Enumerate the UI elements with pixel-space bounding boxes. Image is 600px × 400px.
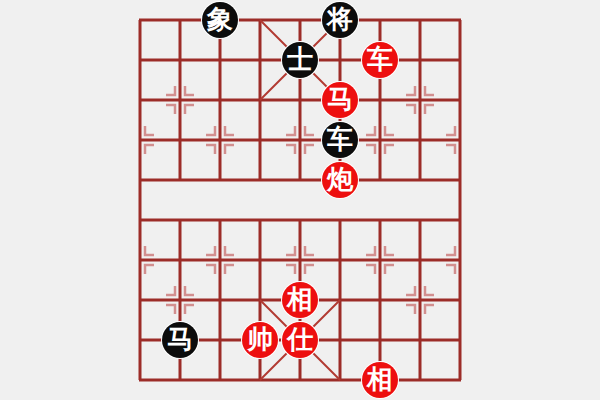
piece-glyph: 仕 (287, 326, 313, 352)
piece-red-elephant[interactable]: 相 (282, 282, 318, 318)
board-pieces: 象将士车马车炮相马帅仕相 (120, 0, 480, 400)
piece-glyph: 相 (287, 286, 313, 312)
piece-glyph: 象 (207, 6, 233, 32)
piece-glyph: 车 (367, 46, 393, 72)
piece-black-general[interactable]: 将 (322, 2, 358, 38)
piece-red-horse[interactable]: 马 (322, 82, 358, 118)
piece-glyph: 马 (167, 326, 193, 352)
xiangqi-diagram: 象将士车马车炮相马帅仕相 (0, 0, 600, 400)
piece-black-advisor[interactable]: 士 (282, 42, 318, 78)
piece-red-cannon[interactable]: 炮 (322, 162, 358, 198)
piece-glyph: 炮 (327, 166, 353, 192)
piece-black-chariot[interactable]: 车 (322, 122, 358, 158)
piece-glyph: 相 (367, 366, 393, 392)
piece-glyph: 帅 (247, 326, 273, 352)
piece-black-elephant[interactable]: 象 (202, 2, 238, 38)
piece-glyph: 马 (327, 86, 353, 112)
piece-black-horse[interactable]: 马 (162, 322, 198, 358)
piece-glyph: 将 (327, 6, 353, 32)
piece-red-general[interactable]: 帅 (242, 322, 278, 358)
piece-glyph: 车 (327, 126, 353, 152)
piece-red-chariot[interactable]: 车 (362, 42, 398, 78)
piece-red-elephant[interactable]: 相 (362, 362, 398, 398)
piece-glyph: 士 (287, 46, 313, 72)
piece-red-advisor[interactable]: 仕 (282, 322, 318, 358)
